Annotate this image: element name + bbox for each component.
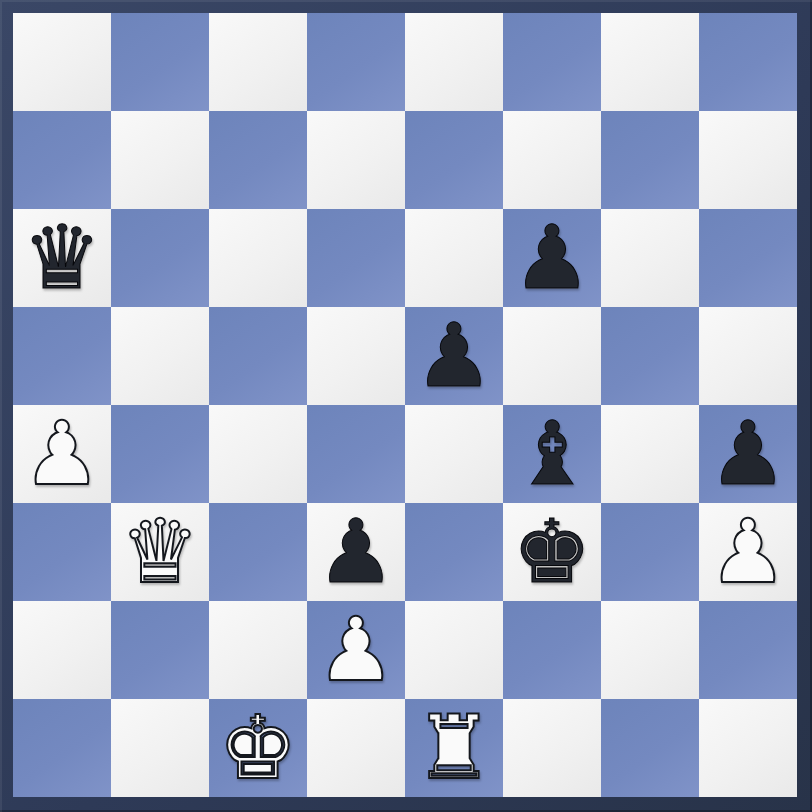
- piece-black-bishop[interactable]: ♝: [513, 405, 592, 503]
- square-g5[interactable]: [601, 307, 699, 405]
- square-f1[interactable]: [503, 699, 601, 797]
- square-d6[interactable]: [307, 209, 405, 307]
- square-b7[interactable]: [111, 111, 209, 209]
- square-a3[interactable]: [13, 503, 111, 601]
- chess-board: ♛♟♟♟♝♟♛♟♚♟♟♚♜: [13, 13, 797, 797]
- square-a2[interactable]: [13, 601, 111, 699]
- square-g8[interactable]: [601, 13, 699, 111]
- square-g6[interactable]: [601, 209, 699, 307]
- piece-white-queen[interactable]: ♛: [121, 503, 200, 601]
- piece-white-pawn[interactable]: ♟: [23, 405, 102, 503]
- square-a7[interactable]: [13, 111, 111, 209]
- square-b5[interactable]: [111, 307, 209, 405]
- square-h6[interactable]: [699, 209, 797, 307]
- piece-white-king[interactable]: ♚: [219, 699, 298, 797]
- square-f4[interactable]: ♝: [503, 405, 601, 503]
- square-d7[interactable]: [307, 111, 405, 209]
- square-h1[interactable]: [699, 699, 797, 797]
- square-b6[interactable]: [111, 209, 209, 307]
- square-c6[interactable]: [209, 209, 307, 307]
- square-c1[interactable]: ♚: [209, 699, 307, 797]
- square-d5[interactable]: [307, 307, 405, 405]
- square-h4[interactable]: ♟: [699, 405, 797, 503]
- square-g3[interactable]: [601, 503, 699, 601]
- piece-black-king[interactable]: ♚: [513, 503, 592, 601]
- square-e3[interactable]: [405, 503, 503, 601]
- square-f7[interactable]: [503, 111, 601, 209]
- piece-black-pawn[interactable]: ♟: [317, 503, 396, 601]
- square-f3[interactable]: ♚: [503, 503, 601, 601]
- square-h5[interactable]: [699, 307, 797, 405]
- square-f2[interactable]: [503, 601, 601, 699]
- square-a4[interactable]: ♟: [13, 405, 111, 503]
- square-d3[interactable]: ♟: [307, 503, 405, 601]
- square-g4[interactable]: [601, 405, 699, 503]
- square-f6[interactable]: ♟: [503, 209, 601, 307]
- square-b8[interactable]: [111, 13, 209, 111]
- square-a6[interactable]: ♛: [13, 209, 111, 307]
- square-h8[interactable]: [699, 13, 797, 111]
- square-g1[interactable]: [601, 699, 699, 797]
- piece-black-pawn[interactable]: ♟: [415, 307, 494, 405]
- square-h3[interactable]: ♟: [699, 503, 797, 601]
- square-c2[interactable]: [209, 601, 307, 699]
- board-frame: ♛♟♟♟♝♟♛♟♚♟♟♚♜: [0, 0, 812, 812]
- square-e5[interactable]: ♟: [405, 307, 503, 405]
- square-b2[interactable]: [111, 601, 209, 699]
- piece-black-queen[interactable]: ♛: [23, 209, 102, 307]
- square-c8[interactable]: [209, 13, 307, 111]
- square-e6[interactable]: [405, 209, 503, 307]
- square-h2[interactable]: [699, 601, 797, 699]
- square-d1[interactable]: [307, 699, 405, 797]
- square-f5[interactable]: [503, 307, 601, 405]
- square-c3[interactable]: [209, 503, 307, 601]
- square-c4[interactable]: [209, 405, 307, 503]
- piece-black-pawn[interactable]: ♟: [513, 209, 592, 307]
- square-b3[interactable]: ♛: [111, 503, 209, 601]
- square-d8[interactable]: [307, 13, 405, 111]
- square-e2[interactable]: [405, 601, 503, 699]
- piece-white-rook[interactable]: ♜: [415, 699, 494, 797]
- square-a1[interactable]: [13, 699, 111, 797]
- square-a5[interactable]: [13, 307, 111, 405]
- square-a8[interactable]: [13, 13, 111, 111]
- piece-white-pawn[interactable]: ♟: [709, 503, 788, 601]
- piece-white-pawn[interactable]: ♟: [317, 601, 396, 699]
- square-e7[interactable]: [405, 111, 503, 209]
- square-f8[interactable]: [503, 13, 601, 111]
- square-b1[interactable]: [111, 699, 209, 797]
- square-d2[interactable]: ♟: [307, 601, 405, 699]
- square-b4[interactable]: [111, 405, 209, 503]
- square-e4[interactable]: [405, 405, 503, 503]
- square-d4[interactable]: [307, 405, 405, 503]
- square-c7[interactable]: [209, 111, 307, 209]
- square-h7[interactable]: [699, 111, 797, 209]
- square-c5[interactable]: [209, 307, 307, 405]
- square-g2[interactable]: [601, 601, 699, 699]
- piece-black-pawn[interactable]: ♟: [709, 405, 788, 503]
- square-e1[interactable]: ♜: [405, 699, 503, 797]
- square-g7[interactable]: [601, 111, 699, 209]
- square-e8[interactable]: [405, 13, 503, 111]
